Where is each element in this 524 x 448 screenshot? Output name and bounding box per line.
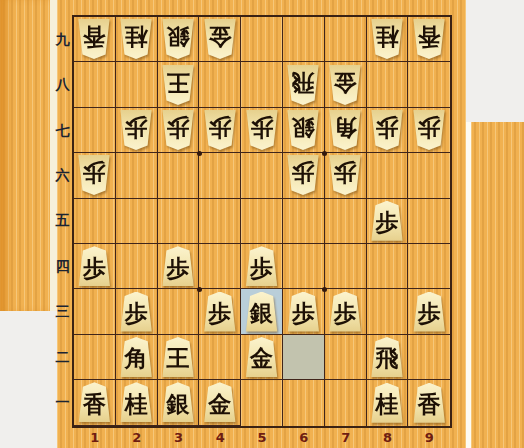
board-square[interactable]: 王: [158, 62, 200, 107]
board-square[interactable]: 歩: [158, 244, 200, 289]
board-square[interactable]: 歩: [367, 199, 409, 244]
piece-gold: 金: [203, 19, 237, 59]
piece-wrapper: 角: [328, 110, 362, 150]
board-square[interactable]: 銀: [241, 289, 283, 334]
board-square[interactable]: 飛: [367, 335, 409, 380]
board-square[interactable]: 歩: [158, 108, 200, 153]
file-label: 3: [169, 430, 189, 445]
board-square[interactable]: 歩: [74, 153, 116, 198]
board-square[interactable]: [74, 289, 116, 334]
board-square[interactable]: 金: [325, 62, 367, 107]
board-square[interactable]: [116, 199, 158, 244]
board-square[interactable]: [74, 335, 116, 380]
board-square[interactable]: [283, 17, 325, 62]
board-square[interactable]: 角: [116, 335, 158, 380]
board-square[interactable]: 歩: [241, 244, 283, 289]
piece-knight: 桂: [370, 19, 404, 59]
piece-lance: 香: [77, 382, 111, 422]
piece-knight: 桂: [370, 383, 404, 423]
piece-wrapper: 歩: [161, 110, 195, 150]
piece-lance: 香: [412, 19, 446, 59]
board-square[interactable]: 歩: [116, 289, 158, 334]
piece-wrapper: 金: [203, 382, 237, 422]
rank-label: 一: [54, 394, 71, 412]
piece-bishop: 角: [328, 110, 362, 150]
board-square[interactable]: 歩: [325, 289, 367, 334]
piece-wrapper: 銀: [245, 292, 279, 332]
piece-pawn: 歩: [203, 292, 237, 332]
board-square[interactable]: 銀: [158, 380, 200, 425]
piece-wrapper: 歩: [328, 292, 362, 332]
piece-wrapper: 歩: [245, 246, 279, 286]
board-square[interactable]: [325, 17, 367, 62]
board-square[interactable]: 歩: [408, 289, 450, 334]
piece-wrapper: 金: [328, 65, 362, 105]
piece-pawn: 歩: [412, 110, 446, 150]
piece-wrapper: 歩: [412, 110, 446, 150]
board-square[interactable]: [199, 244, 241, 289]
piece-wrapper: 香: [77, 19, 111, 59]
piece-wrapper: 桂: [370, 19, 404, 59]
board-square[interactable]: 香: [74, 380, 116, 425]
board-square[interactable]: 桂: [116, 17, 158, 62]
board-square[interactable]: 金: [199, 380, 241, 425]
hoshi-dot: [197, 287, 202, 292]
board-square[interactable]: 香: [408, 380, 450, 425]
piece-pawn: 歩: [77, 246, 111, 286]
board-square[interactable]: [325, 199, 367, 244]
board-square[interactable]: [325, 335, 367, 380]
piece-wrapper: 歩: [77, 155, 111, 195]
piece-wrapper: 歩: [203, 292, 237, 332]
piece-wrapper: 飛: [370, 337, 404, 377]
piece-pawn: 歩: [370, 201, 404, 241]
board-square[interactable]: 桂: [367, 17, 409, 62]
board-square[interactable]: 桂: [367, 380, 409, 425]
rank-label: 四: [54, 258, 71, 276]
board-square[interactable]: [367, 289, 409, 334]
board-square[interactable]: [199, 62, 241, 107]
board-square[interactable]: [325, 244, 367, 289]
board-square[interactable]: [116, 153, 158, 198]
piece-wrapper: 歩: [119, 110, 153, 150]
board-square[interactable]: [325, 380, 367, 425]
piece-pawn: 歩: [119, 292, 153, 332]
board-square[interactable]: [408, 335, 450, 380]
file-label: 6: [294, 430, 314, 445]
board-square[interactable]: [408, 244, 450, 289]
piece-pawn: 歩: [286, 292, 320, 332]
board-square[interactable]: 桂: [116, 380, 158, 425]
piece-wrapper: 王: [161, 65, 195, 105]
rank-label: 八: [54, 76, 71, 94]
piece-wrapper: 香: [412, 19, 446, 59]
piece-king: 王: [161, 337, 195, 377]
board-square[interactable]: [241, 17, 283, 62]
piece-wrapper: 歩: [328, 155, 362, 195]
rank-label: 六: [54, 167, 71, 185]
piece-pawn: 歩: [161, 246, 195, 286]
board-square[interactable]: [367, 62, 409, 107]
rank-label: 三: [54, 303, 71, 321]
piece-wrapper: 歩: [161, 246, 195, 286]
board-square[interactable]: 香: [408, 17, 450, 62]
piece-knight: 桂: [119, 382, 153, 422]
file-label: 4: [210, 430, 230, 445]
rank-label: 九: [54, 31, 71, 49]
board-square[interactable]: 歩: [408, 108, 450, 153]
piece-wrapper: 金: [245, 337, 279, 377]
piece-silver: 銀: [161, 382, 195, 422]
board-square[interactable]: [241, 62, 283, 107]
board-square[interactable]: 銀: [283, 108, 325, 153]
piece-wrapper: 歩: [203, 110, 237, 150]
piece-pawn: 歩: [119, 110, 153, 150]
board-square[interactable]: [283, 244, 325, 289]
piece-pawn: 歩: [412, 292, 446, 332]
board-square[interactable]: [283, 335, 325, 380]
board-square[interactable]: 歩: [199, 108, 241, 153]
shogi-board: 香桂銀金桂香王飛金歩歩歩歩銀角歩歩歩歩歩歩歩歩歩歩歩銀歩歩歩角王金飛香桂銀金桂香: [72, 15, 452, 428]
piece-wrapper: 香: [77, 382, 111, 422]
piece-pawn: 歩: [203, 110, 237, 150]
piece-gold: 金: [245, 337, 279, 377]
piece-lance: 香: [77, 19, 111, 59]
board-square[interactable]: 歩: [74, 244, 116, 289]
piece-pawn: 歩: [245, 110, 279, 150]
piece-pawn: 歩: [370, 110, 404, 150]
board-square[interactable]: 歩: [325, 153, 367, 198]
piece-wrapper: 桂: [119, 19, 153, 59]
board-square[interactable]: [199, 153, 241, 198]
piece-wrapper: 角: [119, 337, 153, 377]
piece-wrapper: 桂: [370, 383, 404, 423]
piece-pawn: 歩: [77, 155, 111, 195]
board-square[interactable]: [74, 199, 116, 244]
piece-pawn: 歩: [245, 246, 279, 286]
rank-label: 二: [54, 349, 71, 367]
piece-silver: 銀: [286, 110, 320, 150]
board-square[interactable]: 銀: [158, 17, 200, 62]
board-square[interactable]: [283, 199, 325, 244]
board-square[interactable]: [74, 62, 116, 107]
board-square[interactable]: 飛: [283, 62, 325, 107]
piece-pawn: 歩: [286, 155, 320, 195]
board-square[interactable]: 歩: [283, 289, 325, 334]
board-square[interactable]: 金: [241, 335, 283, 380]
piece-wrapper: 歩: [119, 292, 153, 332]
board-square[interactable]: [199, 335, 241, 380]
board-square[interactable]: [408, 199, 450, 244]
piece-gold: 金: [203, 382, 237, 422]
board-square[interactable]: [158, 199, 200, 244]
piece-wrapper: 歩: [412, 292, 446, 332]
board-square[interactable]: [367, 244, 409, 289]
board-square[interactable]: [158, 153, 200, 198]
board-square[interactable]: 王: [158, 335, 200, 380]
left-wood-panel: [0, 0, 50, 311]
piece-wrapper: 銀: [161, 382, 195, 422]
board-square[interactable]: [241, 380, 283, 425]
board-square[interactable]: 香: [74, 17, 116, 62]
board-square[interactable]: [199, 199, 241, 244]
piece-knight: 桂: [119, 19, 153, 59]
file-label: 8: [378, 430, 398, 445]
piece-wrapper: 歩: [370, 201, 404, 241]
board-square[interactable]: [283, 380, 325, 425]
piece-wrapper: 金: [203, 19, 237, 59]
board-square[interactable]: [408, 153, 450, 198]
piece-wrapper: 飛: [286, 65, 320, 105]
board-square[interactable]: 金: [199, 17, 241, 62]
piece-wrapper: 王: [161, 337, 195, 377]
piece-rook: 飛: [370, 337, 404, 377]
piece-wrapper: 銀: [161, 19, 195, 59]
board-square[interactable]: 歩: [367, 108, 409, 153]
piece-bishop: 角: [119, 337, 153, 377]
piece-king: 王: [161, 65, 195, 105]
right-wood-panel: [471, 122, 524, 448]
piece-silver: 銀: [245, 292, 279, 332]
board-square[interactable]: [116, 62, 158, 107]
board-square[interactable]: 歩: [199, 289, 241, 334]
piece-pawn: 歩: [328, 155, 362, 195]
piece-wrapper: 歩: [245, 110, 279, 150]
piece-wrapper: 銀: [286, 110, 320, 150]
board-square[interactable]: 歩: [283, 153, 325, 198]
file-label: 5: [252, 430, 272, 445]
piece-pawn: 歩: [328, 292, 362, 332]
hoshi-dot: [197, 151, 202, 156]
piece-wrapper: 香: [412, 383, 446, 423]
board-square[interactable]: [158, 289, 200, 334]
piece-rook: 飛: [286, 65, 320, 105]
file-label: 9: [419, 430, 439, 445]
file-label: 1: [85, 430, 105, 445]
piece-wrapper: 歩: [77, 246, 111, 286]
board-square[interactable]: [408, 62, 450, 107]
board-square[interactable]: [116, 244, 158, 289]
piece-wrapper: 桂: [119, 382, 153, 422]
board-square[interactable]: [367, 153, 409, 198]
piece-lance: 香: [412, 383, 446, 423]
piece-wrapper: 歩: [286, 292, 320, 332]
piece-wrapper: 歩: [286, 155, 320, 195]
board-square[interactable]: [241, 199, 283, 244]
board-square[interactable]: 歩: [116, 108, 158, 153]
piece-gold: 金: [328, 65, 362, 105]
file-label: 2: [127, 430, 147, 445]
rank-label: 五: [54, 212, 71, 230]
board-square[interactable]: [74, 108, 116, 153]
board-square[interactable]: [241, 153, 283, 198]
piece-wrapper: 歩: [370, 110, 404, 150]
rank-label: 七: [54, 122, 71, 140]
board-square[interactable]: 歩: [241, 108, 283, 153]
board-square[interactable]: 角: [325, 108, 367, 153]
piece-pawn: 歩: [161, 110, 195, 150]
file-label: 7: [336, 430, 356, 445]
piece-silver: 銀: [161, 19, 195, 59]
